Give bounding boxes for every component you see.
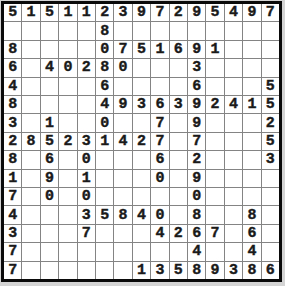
grid-cell[interactable] (170, 133, 187, 150)
grid-cell[interactable] (59, 188, 76, 205)
grid-cell[interactable]: 0 (96, 114, 113, 131)
grid-cell[interactable]: 7 (151, 133, 168, 150)
grid-cell[interactable] (59, 41, 76, 58)
grid-cell[interactable] (41, 206, 58, 223)
grid-cell[interactable] (225, 114, 242, 131)
grid-cell[interactable]: 6 (96, 78, 113, 95)
grid-cell[interactable] (243, 151, 260, 168)
grid-cell[interactable] (96, 243, 113, 260)
grid-cell[interactable]: 3 (151, 262, 168, 279)
grid-cell[interactable] (170, 22, 187, 39)
grid-cell[interactable] (41, 243, 58, 260)
grid-cell[interactable]: 4 (225, 4, 242, 21)
grid-cell[interactable]: 4 (114, 133, 131, 150)
grid-cell[interactable] (59, 225, 76, 242)
puzzle-grid: 5151123972954978807516916402803466584936… (1, 1, 282, 282)
grid-cell[interactable] (41, 96, 58, 113)
grid-cell[interactable] (262, 225, 279, 242)
grid-cell[interactable]: 8 (114, 206, 131, 223)
grid-cell[interactable] (243, 22, 260, 39)
grid-cell[interactable] (262, 170, 279, 187)
grid-cell[interactable] (41, 22, 58, 39)
grid-cell[interactable] (225, 78, 242, 95)
grid-cell[interactable] (262, 22, 279, 39)
grid-cell[interactable]: 9 (41, 170, 58, 187)
grid-cell[interactable]: 3 (78, 206, 95, 223)
grid-cell[interactable]: 8 (96, 59, 113, 76)
grid-cell[interactable] (41, 262, 58, 279)
grid-cell[interactable] (114, 262, 131, 279)
grid-cell[interactable] (59, 114, 76, 131)
grid-cell[interactable]: 6 (4, 59, 21, 76)
grid-cell[interactable]: 9 (188, 114, 205, 131)
grid-cell[interactable] (22, 188, 39, 205)
grid-cell[interactable] (96, 151, 113, 168)
grid-cell[interactable]: 3 (4, 225, 21, 242)
grid-cell[interactable]: 6 (41, 151, 58, 168)
grid-cell[interactable] (59, 262, 76, 279)
grid-cell[interactable] (225, 225, 242, 242)
grid-cell[interactable] (78, 96, 95, 113)
grid-cell[interactable] (262, 59, 279, 76)
grid-cell[interactable] (133, 78, 150, 95)
grid-cell[interactable] (225, 151, 242, 168)
grid-cell[interactable] (22, 41, 39, 58)
grid-cell[interactable]: 4 (96, 96, 113, 113)
grid-cell[interactable] (78, 78, 95, 95)
grid-cell[interactable]: 9 (188, 4, 205, 21)
grid-cell[interactable]: 7 (151, 4, 168, 21)
grid-cell[interactable]: 6 (243, 225, 260, 242)
grid-cell[interactable] (41, 78, 58, 95)
grid-cell[interactable] (170, 243, 187, 260)
grid-cell[interactable]: 7 (114, 41, 131, 58)
grid-cell[interactable]: 3 (188, 59, 205, 76)
grid-cell[interactable] (170, 188, 187, 205)
grid-cell[interactable] (22, 206, 39, 223)
grid-cell[interactable] (188, 22, 205, 39)
grid-cell[interactable] (206, 78, 223, 95)
grid-cell[interactable] (78, 22, 95, 39)
grid-cell[interactable] (22, 96, 39, 113)
grid-cell[interactable] (96, 170, 113, 187)
grid-cell[interactable]: 1 (243, 96, 260, 113)
grid-cell[interactable]: 4 (243, 243, 260, 260)
grid-cell[interactable] (262, 188, 279, 205)
grid-cell[interactable] (262, 41, 279, 58)
grid-cell[interactable] (22, 243, 39, 260)
grid-cell[interactable]: 3 (170, 96, 187, 113)
grid-cell[interactable]: 8 (4, 41, 21, 58)
grid-cell[interactable] (41, 225, 58, 242)
grid-cell[interactable]: 8 (243, 262, 260, 279)
grid-cell[interactable] (78, 243, 95, 260)
grid-cell[interactable] (151, 78, 168, 95)
puzzle-page: { "game": "number-fill-in-puzzle", "grid… (0, 0, 285, 286)
grid-cell[interactable]: 8 (188, 206, 205, 223)
grid-cell[interactable] (243, 133, 260, 150)
grid-cell[interactable] (243, 59, 260, 76)
grid-cell[interactable]: 4 (151, 225, 168, 242)
grid-cell[interactable]: 5 (262, 133, 279, 150)
grid-cell[interactable] (262, 206, 279, 223)
grid-cell[interactable] (114, 151, 131, 168)
grid-cell[interactable] (206, 22, 223, 39)
grid-cell[interactable] (22, 59, 39, 76)
grid-cell[interactable]: 1 (151, 41, 168, 58)
grid-cell[interactable]: 6 (151, 96, 168, 113)
grid-cell[interactable]: 3 (225, 262, 242, 279)
grid-cell[interactable]: 9 (206, 262, 223, 279)
grid-cell[interactable] (133, 188, 150, 205)
grid-cell[interactable]: 2 (4, 133, 21, 150)
grid-cell[interactable] (114, 22, 131, 39)
grid-cell[interactable] (114, 170, 131, 187)
grid-cell[interactable] (170, 59, 187, 76)
grid-cell[interactable]: 7 (78, 225, 95, 242)
grid-cell[interactable] (59, 206, 76, 223)
grid-cell[interactable] (78, 262, 95, 279)
grid-cell[interactable] (59, 170, 76, 187)
grid-cell[interactable] (96, 262, 113, 279)
grid-cell[interactable]: 1 (4, 170, 21, 187)
grid-cell[interactable] (78, 114, 95, 131)
grid-cell[interactable]: 5 (4, 4, 21, 21)
grid-cell[interactable] (151, 188, 168, 205)
grid-cell[interactable]: 4 (188, 243, 205, 260)
grid-cell[interactable] (59, 78, 76, 95)
grid-cell[interactable] (22, 114, 39, 131)
grid-cell[interactable] (206, 243, 223, 260)
grid-cell[interactable]: 2 (188, 151, 205, 168)
grid-cell[interactable]: 5 (206, 4, 223, 21)
grid-cell[interactable] (59, 151, 76, 168)
grid-cell[interactable]: 4 (41, 59, 58, 76)
grid-cell[interactable] (4, 22, 21, 39)
grid-cell[interactable]: 9 (188, 96, 205, 113)
grid-cell[interactable]: 7 (188, 133, 205, 150)
grid-cell[interactable]: 7 (4, 243, 21, 260)
grid-cell[interactable] (133, 114, 150, 131)
grid-cell[interactable]: 2 (206, 96, 223, 113)
grid-cell[interactable]: 5 (262, 78, 279, 95)
grid-cell[interactable]: 5 (96, 206, 113, 223)
grid-cell[interactable] (151, 59, 168, 76)
grid-cell[interactable]: 7 (4, 262, 21, 279)
grid-cell[interactable] (170, 78, 187, 95)
grid-cell[interactable]: 8 (4, 96, 21, 113)
grid-cell[interactable] (206, 188, 223, 205)
grid-cell[interactable]: 6 (262, 262, 279, 279)
grid-cell[interactable] (225, 59, 242, 76)
grid-cell[interactable] (243, 78, 260, 95)
grid-cell[interactable]: 4 (4, 78, 21, 95)
grid-cell[interactable] (114, 114, 131, 131)
grid-cell[interactable]: 5 (41, 4, 58, 21)
grid-cell[interactable]: 6 (170, 41, 187, 58)
grid-cell[interactable]: 5 (41, 133, 58, 150)
grid-cell[interactable] (22, 225, 39, 242)
grid-cell[interactable]: 7 (151, 114, 168, 131)
grid-cell[interactable] (225, 22, 242, 39)
grid-cell[interactable]: 9 (133, 4, 150, 21)
grid-cell[interactable]: 8 (243, 206, 260, 223)
grid-cell[interactable] (22, 22, 39, 39)
grid-cell[interactable]: 6 (188, 225, 205, 242)
grid-cell[interactable] (225, 188, 242, 205)
grid-cell[interactable] (22, 78, 39, 95)
grid-cell[interactable]: 1 (133, 262, 150, 279)
grid-cell[interactable]: 7 (206, 225, 223, 242)
grid-cell[interactable]: 7 (262, 4, 279, 21)
grid-cell[interactable] (170, 206, 187, 223)
grid-cell[interactable]: 6 (188, 78, 205, 95)
grid-cell[interactable] (114, 225, 131, 242)
grid-cell[interactable]: 6 (151, 151, 168, 168)
grid-cell[interactable] (206, 170, 223, 187)
grid-cell[interactable]: 2 (78, 59, 95, 76)
grid-cell[interactable] (22, 151, 39, 168)
grid-cell[interactable] (225, 170, 242, 187)
grid-cell[interactable] (59, 22, 76, 39)
grid-cell[interactable]: 9 (188, 41, 205, 58)
grid-cell[interactable] (96, 188, 113, 205)
grid-cell[interactable]: 7 (4, 188, 21, 205)
grid-cell[interactable] (96, 225, 113, 242)
grid-cell[interactable] (114, 243, 131, 260)
grid-cell[interactable] (206, 59, 223, 76)
grid-cell[interactable] (225, 41, 242, 58)
grid-cell[interactable] (133, 59, 150, 76)
grid-cell[interactable] (225, 133, 242, 150)
grid-cell[interactable]: 9 (114, 96, 131, 113)
grid-cell[interactable] (206, 114, 223, 131)
grid-cell[interactable] (78, 41, 95, 58)
grid-cell[interactable] (206, 206, 223, 223)
grid-cell[interactable] (170, 170, 187, 187)
grid-cell[interactable] (243, 41, 260, 58)
grid-cell[interactable]: 0 (59, 59, 76, 76)
grid-cell[interactable] (133, 151, 150, 168)
grid-cell[interactable]: 2 (96, 4, 113, 21)
grid-cell[interactable] (243, 170, 260, 187)
grid-cell[interactable] (151, 243, 168, 260)
grid-cell[interactable]: 0 (41, 188, 58, 205)
grid-cell[interactable] (225, 243, 242, 260)
grid-cell[interactable]: 3 (78, 133, 95, 150)
grid-cell[interactable]: 2 (170, 225, 187, 242)
grid-cell[interactable]: 0 (78, 151, 95, 168)
grid-cell[interactable] (243, 114, 260, 131)
grid-cell[interactable] (22, 170, 39, 187)
grid-cell[interactable] (133, 225, 150, 242)
grid-cell[interactable]: 1 (96, 133, 113, 150)
grid-cell[interactable]: 8 (188, 262, 205, 279)
grid-cell[interactable] (170, 114, 187, 131)
grid-cell[interactable] (114, 78, 131, 95)
grid-cell[interactable]: 2 (262, 114, 279, 131)
grid-cell[interactable] (22, 262, 39, 279)
grid-cell[interactable]: 8 (4, 151, 21, 168)
grid-cell[interactable]: 4 (4, 206, 21, 223)
grid-cell[interactable]: 2 (170, 4, 187, 21)
grid-cell[interactable]: 1 (78, 170, 95, 187)
grid-cell[interactable] (243, 188, 260, 205)
grid-cell[interactable] (170, 151, 187, 168)
grid-cell[interactable]: 2 (59, 133, 76, 150)
grid-cell[interactable] (133, 170, 150, 187)
grid-cell[interactable]: 8 (22, 133, 39, 150)
grid-cell[interactable]: 0 (188, 188, 205, 205)
grid-cell[interactable]: 5 (133, 41, 150, 58)
grid-cell[interactable]: 3 (4, 114, 21, 131)
grid-cell[interactable] (206, 133, 223, 150)
grid-cell[interactable]: 5 (170, 262, 187, 279)
grid-cell[interactable]: 1 (78, 4, 95, 21)
grid-cell[interactable] (133, 22, 150, 39)
grid-cell[interactable] (41, 41, 58, 58)
grid-cell[interactable]: 5 (262, 96, 279, 113)
grid-cell[interactable] (206, 151, 223, 168)
grid-cell[interactable]: 0 (151, 170, 168, 187)
grid-cell[interactable]: 3 (133, 96, 150, 113)
grid-cell[interactable]: 4 (225, 96, 242, 113)
grid-cell[interactable]: 9 (188, 170, 205, 187)
grid-cell[interactable]: 0 (151, 206, 168, 223)
grid-cell[interactable] (262, 243, 279, 260)
grid-cell[interactable] (133, 243, 150, 260)
grid-cell[interactable]: 4 (133, 206, 150, 223)
grid-cell[interactable] (59, 243, 76, 260)
grid-cell[interactable] (59, 96, 76, 113)
grid-cell[interactable]: 1 (59, 4, 76, 21)
grid-cell[interactable]: 2 (133, 133, 150, 150)
grid-cell[interactable] (225, 206, 242, 223)
grid-cell[interactable]: 0 (114, 59, 131, 76)
grid-cell[interactable] (151, 22, 168, 39)
grid-cell[interactable]: 0 (78, 188, 95, 205)
grid-cell[interactable] (114, 188, 131, 205)
grid-cell[interactable]: 1 (41, 114, 58, 131)
grid-cell[interactable]: 0 (96, 41, 113, 58)
grid-cell[interactable]: 3 (114, 4, 131, 21)
grid-cell[interactable]: 3 (262, 151, 279, 168)
grid-cell[interactable]: 1 (22, 4, 39, 21)
grid-cell[interactable]: 1 (206, 41, 223, 58)
grid-cell[interactable]: 9 (243, 4, 260, 21)
grid-cell[interactable]: 8 (96, 22, 113, 39)
